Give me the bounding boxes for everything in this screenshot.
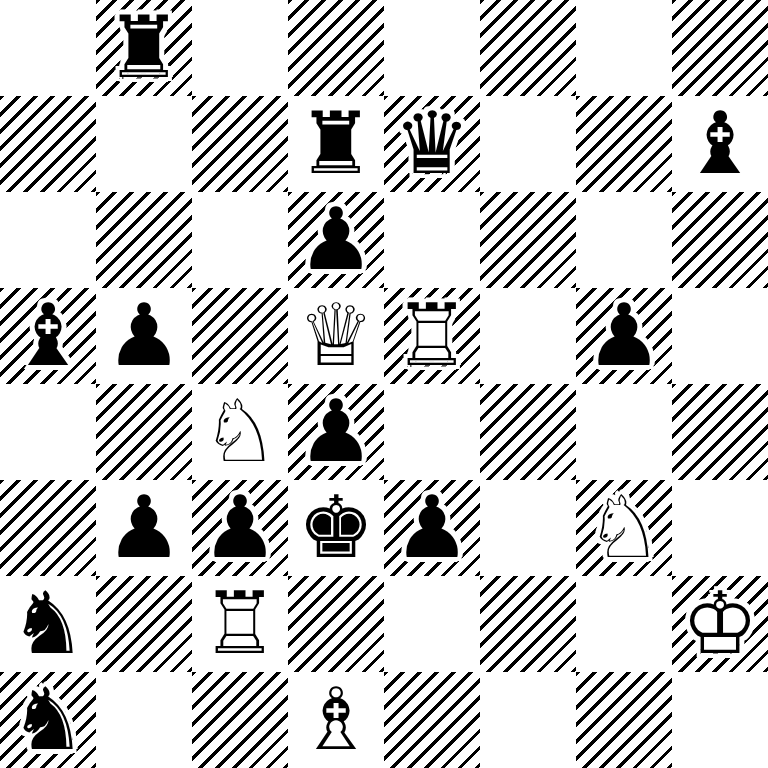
piece-white-rook[interactable]: ♜♖ bbox=[192, 576, 288, 672]
piece-black-bishop[interactable]: ♝ bbox=[0, 288, 96, 384]
black-queen-glyph: ♛ bbox=[384, 96, 480, 192]
white-queen-glyph: ♕ bbox=[288, 288, 384, 384]
square-d6[interactable]: ♟ bbox=[288, 192, 384, 288]
square-c3[interactable]: ♟ bbox=[192, 480, 288, 576]
square-h2[interactable]: ♚♔ bbox=[672, 576, 768, 672]
square-h5[interactable] bbox=[672, 288, 768, 384]
square-f2[interactable] bbox=[480, 576, 576, 672]
square-e2[interactable] bbox=[384, 576, 480, 672]
square-a2[interactable]: ♞ bbox=[0, 576, 96, 672]
black-pawn-glyph: ♟ bbox=[576, 288, 672, 384]
black-king-glyph: ♚ bbox=[288, 480, 384, 576]
square-g4[interactable] bbox=[576, 384, 672, 480]
piece-black-pawn[interactable]: ♟ bbox=[96, 288, 192, 384]
square-f8[interactable] bbox=[480, 0, 576, 96]
square-e3[interactable]: ♟ bbox=[384, 480, 480, 576]
square-b4[interactable] bbox=[96, 384, 192, 480]
square-h3[interactable] bbox=[672, 480, 768, 576]
square-h8[interactable] bbox=[672, 0, 768, 96]
white-knight-glyph: ♘ bbox=[192, 384, 288, 480]
square-b7[interactable] bbox=[96, 96, 192, 192]
piece-black-pawn[interactable]: ♟ bbox=[192, 480, 288, 576]
black-bishop-glyph: ♝ bbox=[0, 288, 96, 384]
square-g6[interactable] bbox=[576, 192, 672, 288]
square-f4[interactable] bbox=[480, 384, 576, 480]
piece-black-pawn[interactable]: ♟ bbox=[96, 480, 192, 576]
black-pawn-glyph: ♟ bbox=[288, 384, 384, 480]
square-a5[interactable]: ♝ bbox=[0, 288, 96, 384]
black-pawn-glyph: ♟ bbox=[288, 192, 384, 288]
square-b5[interactable]: ♟ bbox=[96, 288, 192, 384]
piece-black-bishop[interactable]: ♝ bbox=[672, 96, 768, 192]
square-f6[interactable] bbox=[480, 192, 576, 288]
piece-black-rook[interactable]: ♜ bbox=[288, 96, 384, 192]
black-rook-glyph: ♜ bbox=[288, 96, 384, 192]
piece-black-pawn[interactable]: ♟ bbox=[576, 288, 672, 384]
square-c1[interactable] bbox=[192, 672, 288, 768]
square-c2[interactable]: ♜♖ bbox=[192, 576, 288, 672]
black-rook-glyph: ♜ bbox=[96, 0, 192, 96]
square-a3[interactable] bbox=[0, 480, 96, 576]
piece-black-pawn[interactable]: ♟ bbox=[288, 384, 384, 480]
square-b6[interactable] bbox=[96, 192, 192, 288]
square-d7[interactable]: ♜ bbox=[288, 96, 384, 192]
piece-black-knight[interactable]: ♞ bbox=[0, 672, 96, 768]
white-knight-glyph: ♘ bbox=[576, 480, 672, 576]
black-knight-glyph: ♞ bbox=[0, 576, 96, 672]
square-d2[interactable] bbox=[288, 576, 384, 672]
square-c4[interactable]: ♞♘ bbox=[192, 384, 288, 480]
square-a1[interactable]: ♞ bbox=[0, 672, 96, 768]
white-king-glyph: ♔ bbox=[672, 576, 768, 672]
square-b1[interactable] bbox=[96, 672, 192, 768]
piece-white-bishop[interactable]: ♝♗ bbox=[288, 672, 384, 768]
square-e6[interactable] bbox=[384, 192, 480, 288]
piece-white-knight[interactable]: ♞♘ bbox=[576, 480, 672, 576]
chess-board: ♜♜♛♝♟♝♟♛♕♜♖♟♞♘♟♟♟♚♟♞♘♞♜♖♚♔♞♝♗ bbox=[0, 0, 768, 768]
piece-black-queen[interactable]: ♛ bbox=[384, 96, 480, 192]
black-pawn-glyph: ♟ bbox=[192, 480, 288, 576]
square-b3[interactable]: ♟ bbox=[96, 480, 192, 576]
square-a8[interactable] bbox=[0, 0, 96, 96]
black-knight-glyph: ♞ bbox=[0, 672, 96, 768]
square-a6[interactable] bbox=[0, 192, 96, 288]
square-a7[interactable] bbox=[0, 96, 96, 192]
square-g5[interactable]: ♟ bbox=[576, 288, 672, 384]
black-pawn-glyph: ♟ bbox=[96, 480, 192, 576]
square-d3[interactable]: ♚ bbox=[288, 480, 384, 576]
piece-black-knight[interactable]: ♞ bbox=[0, 576, 96, 672]
square-h6[interactable] bbox=[672, 192, 768, 288]
piece-white-rook[interactable]: ♜♖ bbox=[384, 288, 480, 384]
square-a4[interactable] bbox=[0, 384, 96, 480]
square-g3[interactable]: ♞♘ bbox=[576, 480, 672, 576]
square-f7[interactable] bbox=[480, 96, 576, 192]
piece-black-rook[interactable]: ♜ bbox=[96, 0, 192, 96]
black-pawn-glyph: ♟ bbox=[384, 480, 480, 576]
square-g7[interactable] bbox=[576, 96, 672, 192]
white-bishop-glyph: ♗ bbox=[288, 672, 384, 768]
piece-black-pawn[interactable]: ♟ bbox=[384, 480, 480, 576]
square-h7[interactable]: ♝ bbox=[672, 96, 768, 192]
square-g2[interactable] bbox=[576, 576, 672, 672]
square-c7[interactable] bbox=[192, 96, 288, 192]
square-f5[interactable] bbox=[480, 288, 576, 384]
square-d8[interactable] bbox=[288, 0, 384, 96]
piece-white-queen[interactable]: ♛♕ bbox=[288, 288, 384, 384]
square-c5[interactable] bbox=[192, 288, 288, 384]
square-h4[interactable] bbox=[672, 384, 768, 480]
square-e7[interactable]: ♛ bbox=[384, 96, 480, 192]
white-rook-glyph: ♖ bbox=[384, 288, 480, 384]
square-g1[interactable] bbox=[576, 672, 672, 768]
square-h1[interactable] bbox=[672, 672, 768, 768]
square-e1[interactable] bbox=[384, 672, 480, 768]
square-e4[interactable] bbox=[384, 384, 480, 480]
white-rook-glyph: ♖ bbox=[192, 576, 288, 672]
black-bishop-glyph: ♝ bbox=[672, 96, 768, 192]
square-d1[interactable]: ♝♗ bbox=[288, 672, 384, 768]
square-d5[interactable]: ♛♕ bbox=[288, 288, 384, 384]
square-e8[interactable] bbox=[384, 0, 480, 96]
square-c6[interactable] bbox=[192, 192, 288, 288]
black-pawn-glyph: ♟ bbox=[96, 288, 192, 384]
square-g8[interactable] bbox=[576, 0, 672, 96]
square-b2[interactable] bbox=[96, 576, 192, 672]
piece-black-pawn[interactable]: ♟ bbox=[288, 192, 384, 288]
piece-black-king[interactable]: ♚ bbox=[288, 480, 384, 576]
square-f3[interactable] bbox=[480, 480, 576, 576]
piece-white-king[interactable]: ♚♔ bbox=[672, 576, 768, 672]
square-c8[interactable] bbox=[192, 0, 288, 96]
square-b8[interactable]: ♜ bbox=[96, 0, 192, 96]
square-e5[interactable]: ♜♖ bbox=[384, 288, 480, 384]
square-f1[interactable] bbox=[480, 672, 576, 768]
piece-white-knight[interactable]: ♞♘ bbox=[192, 384, 288, 480]
square-d4[interactable]: ♟ bbox=[288, 384, 384, 480]
